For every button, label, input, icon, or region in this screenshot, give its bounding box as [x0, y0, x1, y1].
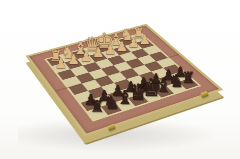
piece-white-pawn: ♟	[68, 53, 80, 67]
chess-set-photo: ♜♞♝♛♚♝♞♜♟♟♟♟♟♟♟♟♟♟♟♟♟♟♟♟♜♞♝♛♚♝♞♜	[0, 0, 240, 159]
piece-white-pawn: ♟	[92, 46, 104, 60]
piece-black-rook: ♜	[90, 99, 105, 116]
piece-white-pawn: ♟	[116, 40, 128, 53]
pieces-layer: ♜♞♝♛♚♝♞♜♟♟♟♟♟♟♟♟♟♟♟♟♟♟♟♟♜♞♝♛♚♝♞♜	[0, 0, 240, 159]
piece-white-pawn: ♟	[80, 49, 92, 63]
piece-black-knight: ♞	[103, 93, 120, 112]
piece-white-pawn: ♟	[128, 37, 140, 50]
piece-white-pawn: ♟	[104, 43, 116, 56]
piece-white-pawn: ♟	[55, 56, 67, 70]
piece-white-pawn: ♟	[139, 33, 151, 46]
